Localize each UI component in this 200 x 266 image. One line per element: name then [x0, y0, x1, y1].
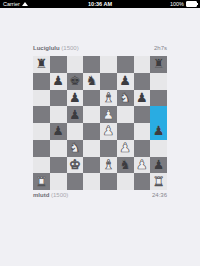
black-rook: ♜: [153, 56, 165, 72]
square-a5[interactable]: [33, 106, 50, 123]
white-knight: ♞: [69, 140, 81, 156]
black-knight: ♞: [86, 73, 98, 89]
square-e4[interactable]: ♟: [100, 123, 117, 140]
square-d2[interactable]: [83, 157, 100, 174]
clock-time: 10:36 AM: [0, 0, 200, 8]
black-pawn: ♟: [136, 89, 148, 105]
white-knight: ♞: [119, 89, 131, 105]
square-g7[interactable]: [134, 73, 151, 90]
square-b5[interactable]: [50, 106, 67, 123]
square-f6[interactable]: ♞: [117, 90, 134, 107]
white-pawn: ♟: [119, 140, 131, 156]
square-b6[interactable]: [50, 90, 67, 107]
square-g2[interactable]: ♟: [134, 157, 151, 174]
white-king: ♚: [69, 156, 81, 172]
square-a7[interactable]: [33, 73, 50, 90]
square-g8[interactable]: [134, 56, 151, 73]
square-h2[interactable]: ♟: [150, 157, 167, 174]
square-g5[interactable]: [134, 106, 151, 123]
white-pawn: ♟: [136, 156, 148, 172]
black-pawn: ♟: [69, 106, 81, 122]
square-a4[interactable]: [33, 123, 50, 140]
opponent-name: Luciglulu: [33, 45, 60, 51]
square-c3[interactable]: ♞: [67, 140, 84, 157]
square-e8[interactable]: [100, 56, 117, 73]
square-c8[interactable]: [67, 56, 84, 73]
square-f3[interactable]: ♟: [117, 140, 134, 157]
square-d3[interactable]: [83, 140, 100, 157]
white-bishop: ♝: [103, 156, 115, 172]
square-d7[interactable]: ♞: [83, 73, 100, 90]
square-b4[interactable]: ♟: [50, 123, 67, 140]
square-e5[interactable]: ♟: [100, 106, 117, 123]
square-f1[interactable]: [117, 173, 134, 190]
square-c5[interactable]: ♟: [67, 106, 84, 123]
square-e6[interactable]: ♝: [100, 90, 117, 107]
square-b7[interactable]: ♟: [50, 73, 67, 90]
black-rook: ♜: [36, 56, 48, 72]
white-pawn: ♟: [103, 123, 115, 139]
square-e2[interactable]: ♝: [100, 157, 117, 174]
square-h1[interactable]: ♜: [150, 173, 167, 190]
opponent-rating: (1500): [61, 45, 78, 51]
black-knight: ♞: [119, 156, 131, 172]
player-clock: 24:36: [152, 192, 167, 199]
white-rook: ♜: [153, 173, 165, 189]
square-g3[interactable]: [134, 140, 151, 157]
square-h8[interactable]: ♜: [150, 56, 167, 73]
chess-board[interactable]: ♜♜♟♚♞♟♟♝♞♟♟♟♟♟♟♞♟♚♝♞♟♟♜♜: [33, 56, 167, 190]
black-pawn: ♟: [52, 123, 64, 139]
square-h4[interactable]: ♟: [150, 123, 167, 140]
black-pawn: ♟: [153, 156, 165, 172]
square-f8[interactable]: [117, 56, 134, 73]
square-h6[interactable]: [150, 90, 167, 107]
square-a8[interactable]: ♜: [33, 56, 50, 73]
square-f4[interactable]: [117, 123, 134, 140]
black-pawn: ♟: [52, 73, 64, 89]
square-b3[interactable]: [50, 140, 67, 157]
white-bishop: ♝: [103, 89, 115, 105]
square-b2[interactable]: [50, 157, 67, 174]
status-bar: Carrier 10:36 AM 100%: [0, 0, 200, 8]
square-c1[interactable]: [67, 173, 84, 190]
square-e7[interactable]: [100, 73, 117, 90]
square-g6[interactable]: ♟: [134, 90, 151, 107]
black-pawn: ♟: [153, 123, 165, 139]
square-h5[interactable]: [150, 106, 167, 123]
square-f2[interactable]: ♞: [117, 157, 134, 174]
square-b1[interactable]: [50, 173, 67, 190]
square-a3[interactable]: [33, 140, 50, 157]
white-rook: ♜: [36, 173, 48, 189]
square-h3[interactable]: [150, 140, 167, 157]
square-d6[interactable]: [83, 90, 100, 107]
opponent-row: Luciglulu (1500) 2h7s: [33, 42, 167, 52]
black-pawn: ♟: [69, 89, 81, 105]
black-king: ♚: [69, 73, 81, 89]
square-d4[interactable]: [83, 123, 100, 140]
player-row: mlutd (1500) 24:36: [33, 189, 167, 199]
square-d1[interactable]: [83, 173, 100, 190]
square-b8[interactable]: [50, 56, 67, 73]
square-d8[interactable]: [83, 56, 100, 73]
square-c2[interactable]: ♚: [67, 157, 84, 174]
square-g1[interactable]: [134, 173, 151, 190]
square-e3[interactable]: [100, 140, 117, 157]
square-c7[interactable]: ♚: [67, 73, 84, 90]
black-pawn: ♟: [119, 73, 131, 89]
square-a1[interactable]: ♜: [33, 173, 50, 190]
square-e1[interactable]: [100, 173, 117, 190]
opponent-clock: 2h7s: [154, 45, 167, 52]
square-f5[interactable]: [117, 106, 134, 123]
battery-icon: [186, 1, 197, 7]
square-a2[interactable]: [33, 157, 50, 174]
square-f7[interactable]: ♟: [117, 73, 134, 90]
square-c6[interactable]: ♟: [67, 90, 84, 107]
square-c4[interactable]: [67, 123, 84, 140]
white-pawn: ♟: [103, 106, 115, 122]
square-a6[interactable]: [33, 90, 50, 107]
square-h7[interactable]: [150, 73, 167, 90]
player-rating: (1500): [51, 192, 68, 198]
square-d5[interactable]: [83, 106, 100, 123]
square-g4[interactable]: [134, 123, 151, 140]
player-name: mlutd: [33, 192, 49, 198]
